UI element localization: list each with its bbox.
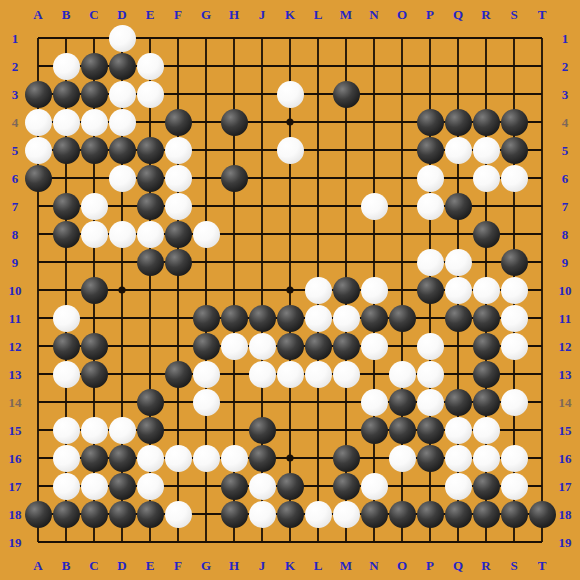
white-stone-S17 — [501, 473, 528, 500]
row-label-left-10: 10 — [9, 284, 22, 297]
black-stone-R8 — [473, 221, 500, 248]
row-label-right-9: 9 — [562, 256, 569, 269]
row-label-right-15: 15 — [559, 424, 572, 437]
black-stone-R17 — [473, 473, 500, 500]
black-stone-O15 — [389, 417, 416, 444]
black-stone-H11 — [221, 305, 248, 332]
row-label-left-12: 12 — [9, 340, 22, 353]
white-stone-F16 — [165, 445, 192, 472]
white-stone-M18 — [333, 501, 360, 528]
white-stone-P7 — [417, 193, 444, 220]
col-label-top-P: P — [426, 8, 434, 21]
black-stone-C16 — [81, 445, 108, 472]
white-stone-N10 — [361, 277, 388, 304]
white-stone-P13 — [417, 361, 444, 388]
row-label-right-2: 2 — [562, 60, 569, 73]
col-label-bottom-H: H — [229, 559, 239, 572]
white-stone-R10 — [473, 277, 500, 304]
white-stone-D1 — [109, 25, 136, 52]
white-stone-S12 — [501, 333, 528, 360]
black-stone-E14 — [137, 389, 164, 416]
col-label-top-K: K — [285, 8, 295, 21]
black-stone-O11 — [389, 305, 416, 332]
black-stone-D5 — [109, 137, 136, 164]
col-label-top-E: E — [146, 8, 155, 21]
col-label-bottom-N: N — [369, 559, 378, 572]
white-stone-D4 — [109, 109, 136, 136]
black-stone-B7 — [53, 193, 80, 220]
black-stone-R11 — [473, 305, 500, 332]
white-stone-F6 — [165, 165, 192, 192]
col-label-bottom-Q: Q — [453, 559, 463, 572]
col-label-bottom-D: D — [117, 559, 126, 572]
white-stone-R5 — [473, 137, 500, 164]
white-stone-P12 — [417, 333, 444, 360]
white-stone-D6 — [109, 165, 136, 192]
star-point-K4 — [286, 118, 293, 125]
black-stone-N18 — [361, 501, 388, 528]
white-stone-D3 — [109, 81, 136, 108]
black-stone-F9 — [165, 249, 192, 276]
black-stone-M17 — [333, 473, 360, 500]
white-stone-L11 — [305, 305, 332, 332]
black-stone-S5 — [501, 137, 528, 164]
white-stone-C17 — [81, 473, 108, 500]
col-label-top-D: D — [117, 8, 126, 21]
col-label-bottom-O: O — [397, 559, 407, 572]
white-stone-P14 — [417, 389, 444, 416]
black-stone-A3 — [25, 81, 52, 108]
row-label-left-3: 3 — [12, 88, 19, 101]
col-label-bottom-A: A — [33, 559, 42, 572]
white-stone-B2 — [53, 53, 80, 80]
white-stone-J17 — [249, 473, 276, 500]
white-stone-B11 — [53, 305, 80, 332]
row-label-right-19: 19 — [559, 536, 572, 549]
row-label-left-13: 13 — [9, 368, 22, 381]
white-stone-M13 — [333, 361, 360, 388]
black-stone-E7 — [137, 193, 164, 220]
white-stone-C4 — [81, 109, 108, 136]
white-stone-P9 — [417, 249, 444, 276]
col-label-top-C: C — [89, 8, 98, 21]
col-label-bottom-L: L — [314, 559, 323, 572]
white-stone-J18 — [249, 501, 276, 528]
white-stone-O13 — [389, 361, 416, 388]
black-stone-D16 — [109, 445, 136, 472]
white-stone-G14 — [193, 389, 220, 416]
black-stone-N11 — [361, 305, 388, 332]
black-stone-R13 — [473, 361, 500, 388]
white-stone-R15 — [473, 417, 500, 444]
col-label-top-G: G — [201, 8, 211, 21]
black-stone-Q7 — [445, 193, 472, 220]
black-stone-C13 — [81, 361, 108, 388]
white-stone-O16 — [389, 445, 416, 472]
white-stone-B13 — [53, 361, 80, 388]
white-stone-J12 — [249, 333, 276, 360]
white-stone-J13 — [249, 361, 276, 388]
black-stone-H4 — [221, 109, 248, 136]
col-label-bottom-F: F — [174, 559, 182, 572]
white-stone-H12 — [221, 333, 248, 360]
white-stone-F18 — [165, 501, 192, 528]
black-stone-P16 — [417, 445, 444, 472]
col-label-top-O: O — [397, 8, 407, 21]
row-label-left-16: 16 — [9, 452, 22, 465]
white-stone-M11 — [333, 305, 360, 332]
col-label-bottom-T: T — [538, 559, 547, 572]
black-stone-R12 — [473, 333, 500, 360]
white-stone-A4 — [25, 109, 52, 136]
black-stone-Q14 — [445, 389, 472, 416]
black-stone-C2 — [81, 53, 108, 80]
black-stone-F4 — [165, 109, 192, 136]
black-stone-B3 — [53, 81, 80, 108]
white-stone-L10 — [305, 277, 332, 304]
black-stone-P5 — [417, 137, 444, 164]
black-stone-P15 — [417, 417, 444, 444]
black-stone-A6 — [25, 165, 52, 192]
white-stone-Q5 — [445, 137, 472, 164]
black-stone-C18 — [81, 501, 108, 528]
row-label-right-10: 10 — [559, 284, 572, 297]
black-stone-K12 — [277, 333, 304, 360]
star-point-D10 — [118, 286, 125, 293]
white-stone-K3 — [277, 81, 304, 108]
white-stone-E3 — [137, 81, 164, 108]
black-stone-G12 — [193, 333, 220, 360]
row-label-left-7: 7 — [12, 200, 19, 213]
white-stone-G16 — [193, 445, 220, 472]
row-label-left-11: 11 — [9, 312, 21, 325]
white-stone-B17 — [53, 473, 80, 500]
black-stone-T18 — [529, 501, 556, 528]
row-label-right-11: 11 — [559, 312, 571, 325]
col-label-top-B: B — [62, 8, 71, 21]
white-stone-S10 — [501, 277, 528, 304]
row-label-right-3: 3 — [562, 88, 569, 101]
white-stone-S16 — [501, 445, 528, 472]
white-stone-B16 — [53, 445, 80, 472]
black-stone-S4 — [501, 109, 528, 136]
white-stone-E17 — [137, 473, 164, 500]
white-stone-A5 — [25, 137, 52, 164]
black-stone-A18 — [25, 501, 52, 528]
col-label-top-S: S — [510, 8, 517, 21]
white-stone-D8 — [109, 221, 136, 248]
black-stone-B5 — [53, 137, 80, 164]
black-stone-F8 — [165, 221, 192, 248]
black-stone-M12 — [333, 333, 360, 360]
row-label-right-8: 8 — [562, 228, 569, 241]
white-stone-Q15 — [445, 417, 472, 444]
black-stone-O14 — [389, 389, 416, 416]
black-stone-B12 — [53, 333, 80, 360]
white-stone-B4 — [53, 109, 80, 136]
row-label-left-19: 19 — [9, 536, 22, 549]
row-label-left-4: 4 — [12, 116, 19, 129]
row-label-right-6: 6 — [562, 172, 569, 185]
row-label-right-13: 13 — [559, 368, 572, 381]
black-stone-Q11 — [445, 305, 472, 332]
black-stone-F13 — [165, 361, 192, 388]
row-label-left-14: 14 — [9, 396, 22, 409]
white-stone-H16 — [221, 445, 248, 472]
row-label-left-18: 18 — [9, 508, 22, 521]
white-stone-Q10 — [445, 277, 472, 304]
black-stone-J16 — [249, 445, 276, 472]
black-stone-K17 — [277, 473, 304, 500]
white-stone-N17 — [361, 473, 388, 500]
black-stone-M16 — [333, 445, 360, 472]
black-stone-Q4 — [445, 109, 472, 136]
row-label-left-2: 2 — [12, 60, 19, 73]
row-label-left-5: 5 — [12, 144, 19, 157]
black-stone-P4 — [417, 109, 444, 136]
col-label-bottom-R: R — [481, 559, 490, 572]
col-label-top-A: A — [33, 8, 42, 21]
black-stone-J15 — [249, 417, 276, 444]
row-label-left-9: 9 — [12, 256, 19, 269]
white-stone-Q17 — [445, 473, 472, 500]
black-stone-K18 — [277, 501, 304, 528]
black-stone-P18 — [417, 501, 444, 528]
row-label-right-7: 7 — [562, 200, 569, 213]
col-label-top-L: L — [314, 8, 323, 21]
col-label-bottom-B: B — [62, 559, 71, 572]
white-stone-P6 — [417, 165, 444, 192]
row-label-left-8: 8 — [12, 228, 19, 241]
white-stone-S14 — [501, 389, 528, 416]
black-stone-K11 — [277, 305, 304, 332]
white-stone-B15 — [53, 417, 80, 444]
black-stone-D17 — [109, 473, 136, 500]
white-stone-N7 — [361, 193, 388, 220]
white-stone-S6 — [501, 165, 528, 192]
col-label-top-J: J — [259, 8, 266, 21]
white-stone-G13 — [193, 361, 220, 388]
col-label-top-H: H — [229, 8, 239, 21]
black-stone-E6 — [137, 165, 164, 192]
star-point-K16 — [286, 454, 293, 461]
white-stone-D15 — [109, 417, 136, 444]
col-label-bottom-J: J — [259, 559, 266, 572]
white-stone-R16 — [473, 445, 500, 472]
black-stone-C5 — [81, 137, 108, 164]
white-stone-G8 — [193, 221, 220, 248]
black-stone-Q18 — [445, 501, 472, 528]
black-stone-D2 — [109, 53, 136, 80]
white-stone-F7 — [165, 193, 192, 220]
col-label-top-F: F — [174, 8, 182, 21]
row-label-right-5: 5 — [562, 144, 569, 157]
white-stone-K5 — [277, 137, 304, 164]
black-stone-E15 — [137, 417, 164, 444]
black-stone-E18 — [137, 501, 164, 528]
black-stone-P10 — [417, 277, 444, 304]
black-stone-S18 — [501, 501, 528, 528]
white-stone-F5 — [165, 137, 192, 164]
black-stone-L12 — [305, 333, 332, 360]
white-stone-S11 — [501, 305, 528, 332]
black-stone-H6 — [221, 165, 248, 192]
star-point-K10 — [286, 286, 293, 293]
black-stone-N15 — [361, 417, 388, 444]
black-stone-J11 — [249, 305, 276, 332]
black-stone-B18 — [53, 501, 80, 528]
black-stone-G11 — [193, 305, 220, 332]
row-label-right-1: 1 — [562, 32, 569, 45]
row-label-right-12: 12 — [559, 340, 572, 353]
white-stone-C8 — [81, 221, 108, 248]
col-label-bottom-E: E — [146, 559, 155, 572]
row-label-right-16: 16 — [559, 452, 572, 465]
row-label-left-1: 1 — [12, 32, 19, 45]
col-label-top-T: T — [538, 8, 547, 21]
black-stone-C3 — [81, 81, 108, 108]
col-label-top-M: M — [340, 8, 352, 21]
black-stone-D18 — [109, 501, 136, 528]
col-label-bottom-S: S — [510, 559, 517, 572]
white-stone-N14 — [361, 389, 388, 416]
white-stone-E16 — [137, 445, 164, 472]
white-stone-R6 — [473, 165, 500, 192]
white-stone-Q16 — [445, 445, 472, 472]
col-label-bottom-M: M — [340, 559, 352, 572]
col-label-top-Q: Q — [453, 8, 463, 21]
white-stone-L13 — [305, 361, 332, 388]
row-label-right-4: 4 — [562, 116, 569, 129]
white-stone-Q9 — [445, 249, 472, 276]
black-stone-E9 — [137, 249, 164, 276]
row-label-right-14: 14 — [559, 396, 572, 409]
black-stone-B8 — [53, 221, 80, 248]
row-label-right-18: 18 — [559, 508, 572, 521]
black-stone-M10 — [333, 277, 360, 304]
white-stone-N12 — [361, 333, 388, 360]
black-stone-E5 — [137, 137, 164, 164]
row-label-left-6: 6 — [12, 172, 19, 185]
black-stone-H18 — [221, 501, 248, 528]
col-label-bottom-P: P — [426, 559, 434, 572]
black-stone-O18 — [389, 501, 416, 528]
row-label-right-17: 17 — [559, 480, 572, 493]
white-stone-E2 — [137, 53, 164, 80]
col-label-bottom-C: C — [89, 559, 98, 572]
black-stone-C10 — [81, 277, 108, 304]
col-label-top-N: N — [369, 8, 378, 21]
white-stone-L18 — [305, 501, 332, 528]
black-stone-S9 — [501, 249, 528, 276]
col-label-bottom-K: K — [285, 559, 295, 572]
black-stone-H17 — [221, 473, 248, 500]
black-stone-C12 — [81, 333, 108, 360]
white-stone-C7 — [81, 193, 108, 220]
go-board[interactable]: AABBCCDDEEFFGGHHJJKKLLMMNNOOPPQQRRSSTT11… — [0, 0, 580, 580]
white-stone-C15 — [81, 417, 108, 444]
col-label-top-R: R — [481, 8, 490, 21]
black-stone-R4 — [473, 109, 500, 136]
col-label-bottom-G: G — [201, 559, 211, 572]
white-stone-K13 — [277, 361, 304, 388]
row-label-left-17: 17 — [9, 480, 22, 493]
black-stone-R18 — [473, 501, 500, 528]
black-stone-M3 — [333, 81, 360, 108]
black-stone-R14 — [473, 389, 500, 416]
white-stone-E8 — [137, 221, 164, 248]
row-label-left-15: 15 — [9, 424, 22, 437]
